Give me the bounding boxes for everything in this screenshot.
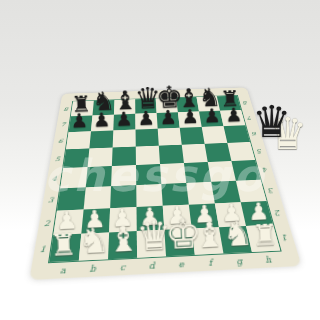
square-c1: ♝ [108, 231, 137, 259]
white-knight-b1: ♞ [77, 223, 108, 259]
square-d4 [136, 164, 161, 185]
rank-label-right-1: 1 [280, 232, 288, 242]
white-rook-h1: ♜ [250, 220, 279, 251]
black-pawn-d7: ♟ [135, 109, 158, 129]
square-f7: ♟ [178, 111, 202, 127]
square-g4 [208, 161, 236, 182]
square-d1: ♛ [137, 230, 166, 258]
square-b6 [89, 130, 113, 148]
square-d6 [136, 129, 159, 147]
black-pawn-e7: ♟ [157, 108, 180, 128]
black-pawn-c7: ♟ [113, 110, 136, 130]
rank-label-left-3: 3 [48, 195, 55, 204]
rank-label-left-2: 2 [44, 218, 51, 227]
square-f5 [182, 144, 208, 163]
square-d5 [136, 146, 160, 165]
rank-label-left-4: 4 [51, 174, 57, 182]
square-e5 [159, 145, 184, 164]
square-f4 [184, 162, 211, 183]
square-b5 [88, 147, 113, 167]
black-pawn-a7: ♟ [68, 111, 91, 131]
white-king-e1: ♚ [164, 213, 194, 255]
square-d7: ♟ [135, 113, 157, 130]
square-a7: ♟ [69, 115, 93, 132]
board-anchor: 87654321 87654321 ♜♞♝♛♚♝♞♜♟♟♟♟♟♟♟♟♟♟♟♟♟♟… [50, 54, 270, 274]
square-h4 [231, 160, 260, 181]
square-a1: ♜ [49, 234, 81, 262]
file-label-b: b [77, 262, 107, 274]
rank-label-right-8: 8 [242, 100, 248, 106]
white-bishop-c1: ♝ [107, 222, 137, 258]
black-pawn-b7: ♟ [90, 110, 113, 130]
rank-label-left-7: 7 [61, 121, 66, 127]
square-g7: ♟ [199, 111, 224, 127]
square-b7: ♟ [91, 115, 114, 132]
square-g1: ♞ [219, 226, 252, 253]
file-label-h: h [253, 253, 284, 265]
file-label-e: e [166, 258, 196, 270]
square-a5 [63, 148, 89, 168]
square-a4 [60, 167, 87, 188]
square-g5 [205, 143, 232, 162]
square-h1: ♜ [246, 225, 280, 252]
file-label-g: g [224, 255, 255, 267]
square-f6 [180, 127, 205, 145]
rank-label-left-1: 1 [39, 244, 46, 254]
rank-label-left-6: 6 [58, 138, 64, 145]
square-a6 [66, 131, 91, 149]
extra-black-queen-icon: ♛ [252, 100, 291, 144]
white-knight-g1: ♞ [222, 216, 252, 252]
square-c5 [112, 147, 136, 166]
square-c6 [113, 130, 136, 148]
rank-label-right-3: 3 [267, 186, 274, 194]
rank-label-left-5: 5 [55, 155, 61, 162]
file-label-c: c [107, 261, 137, 273]
square-h5 [227, 142, 255, 161]
square-f1: ♝ [192, 227, 224, 255]
black-pawn-f7: ♟ [179, 107, 202, 127]
rank-label-right-4: 4 [261, 166, 268, 174]
file-label-f: f [195, 256, 226, 268]
white-queen-d1: ♛ [135, 215, 166, 256]
rank-label-right-5: 5 [256, 147, 263, 154]
square-e7: ♟ [157, 112, 180, 128]
square-e4 [160, 163, 186, 184]
white-rook-a1: ♜ [48, 229, 79, 261]
white-bishop-f1: ♝ [193, 218, 223, 254]
file-label-d: d [137, 259, 167, 271]
square-e1: ♚ [164, 228, 195, 256]
square-h6 [224, 125, 250, 143]
square-c4 [111, 165, 136, 186]
file-label-a: a [47, 264, 78, 276]
black-pawn-g7: ♟ [201, 106, 224, 126]
square-c7: ♟ [113, 114, 135, 131]
square-b1: ♞ [79, 232, 109, 260]
black-pawn-h7: ♟ [223, 106, 246, 126]
photo-scene: 87654321 87654321 ♜♞♝♛♚♝♞♜♟♟♟♟♟♟♟♟♟♟♟♟♟♟… [0, 0, 320, 320]
square-b4 [86, 166, 112, 187]
square-e6 [158, 128, 182, 146]
square-h7: ♟ [220, 110, 245, 126]
square-g6 [202, 126, 228, 144]
rank-label-right-2: 2 [273, 208, 281, 217]
